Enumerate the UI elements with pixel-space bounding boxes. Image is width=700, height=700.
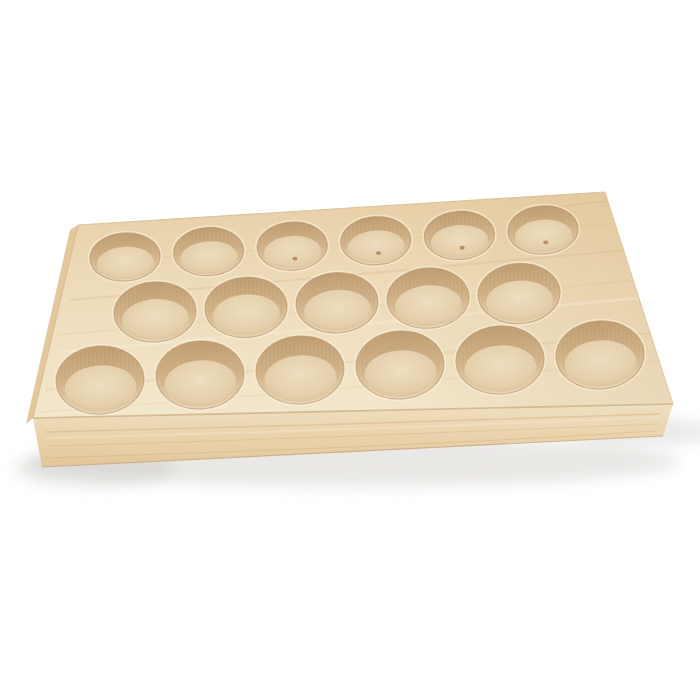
board-photo xyxy=(0,0,700,700)
